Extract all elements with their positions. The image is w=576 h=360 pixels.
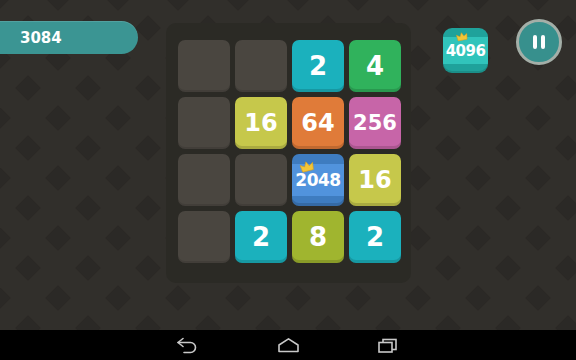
tile-r4c3: 8 bbox=[292, 211, 344, 263]
game-screen: 3084 2 4 16 64 256 2048 16 2 8 2 bbox=[0, 0, 576, 360]
empty-cell-r3c2 bbox=[235, 154, 287, 206]
tile-value: 256 bbox=[353, 113, 397, 134]
tile-r2c4: 256 bbox=[349, 97, 401, 149]
tile-r1c3: 2 bbox=[292, 40, 344, 92]
tile-value: 16 bbox=[358, 168, 391, 192]
empty-cell-r1c1 bbox=[178, 40, 230, 92]
pause-icon bbox=[533, 35, 537, 49]
tile-value: 2 bbox=[309, 53, 327, 79]
tile-r3c4: 16 bbox=[349, 154, 401, 206]
empty-cell-r2c1 bbox=[178, 97, 230, 149]
recents-icon bbox=[377, 337, 398, 354]
tile-value: 8 bbox=[309, 224, 327, 250]
empty-cell-r3c1 bbox=[178, 154, 230, 206]
back-icon bbox=[176, 337, 198, 354]
tile-r3c3: 2048 bbox=[292, 154, 344, 206]
tile-r2c3: 64 bbox=[292, 97, 344, 149]
tile-value: 4 bbox=[366, 53, 384, 79]
android-navbar bbox=[0, 330, 576, 360]
tile-r4c2: 2 bbox=[235, 211, 287, 263]
empty-cell-r1c2 bbox=[235, 40, 287, 92]
pause-button[interactable] bbox=[516, 19, 562, 65]
empty-cell-r4c1 bbox=[178, 211, 230, 263]
score-badge: 3084 bbox=[0, 21, 138, 54]
pause-icon bbox=[541, 35, 545, 49]
game-board: 2 4 16 64 256 2048 16 2 8 2 bbox=[166, 23, 411, 283]
tile-grid[interactable]: 2 4 16 64 256 2048 16 2 8 2 bbox=[178, 40, 401, 263]
home-button[interactable] bbox=[258, 330, 318, 360]
tile-r1c4: 4 bbox=[349, 40, 401, 92]
score-value: 3084 bbox=[20, 29, 62, 47]
highest-tile-indicator: 4096 bbox=[443, 28, 488, 73]
crown-icon bbox=[455, 31, 468, 42]
recents-button[interactable] bbox=[357, 330, 417, 360]
tile-value: 2 bbox=[252, 224, 270, 250]
tile-value: 64 bbox=[301, 111, 334, 135]
tile-r2c2: 16 bbox=[235, 97, 287, 149]
home-icon bbox=[277, 337, 300, 353]
tile-value: 2 bbox=[366, 224, 384, 250]
tile-value: 2048 bbox=[295, 172, 340, 189]
back-button[interactable] bbox=[157, 330, 217, 360]
tile-value: 16 bbox=[244, 111, 277, 135]
goal-tile-value: 4096 bbox=[446, 42, 486, 60]
tile-r4c4: 2 bbox=[349, 211, 401, 263]
